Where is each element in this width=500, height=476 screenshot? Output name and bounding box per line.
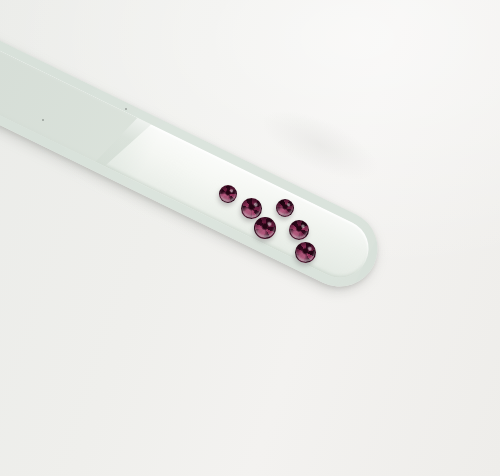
dust-speck-1 — [125, 108, 127, 110]
dust-speck-2 — [42, 119, 44, 121]
photo-scene — [0, 0, 500, 476]
specks-layer — [0, 0, 500, 476]
